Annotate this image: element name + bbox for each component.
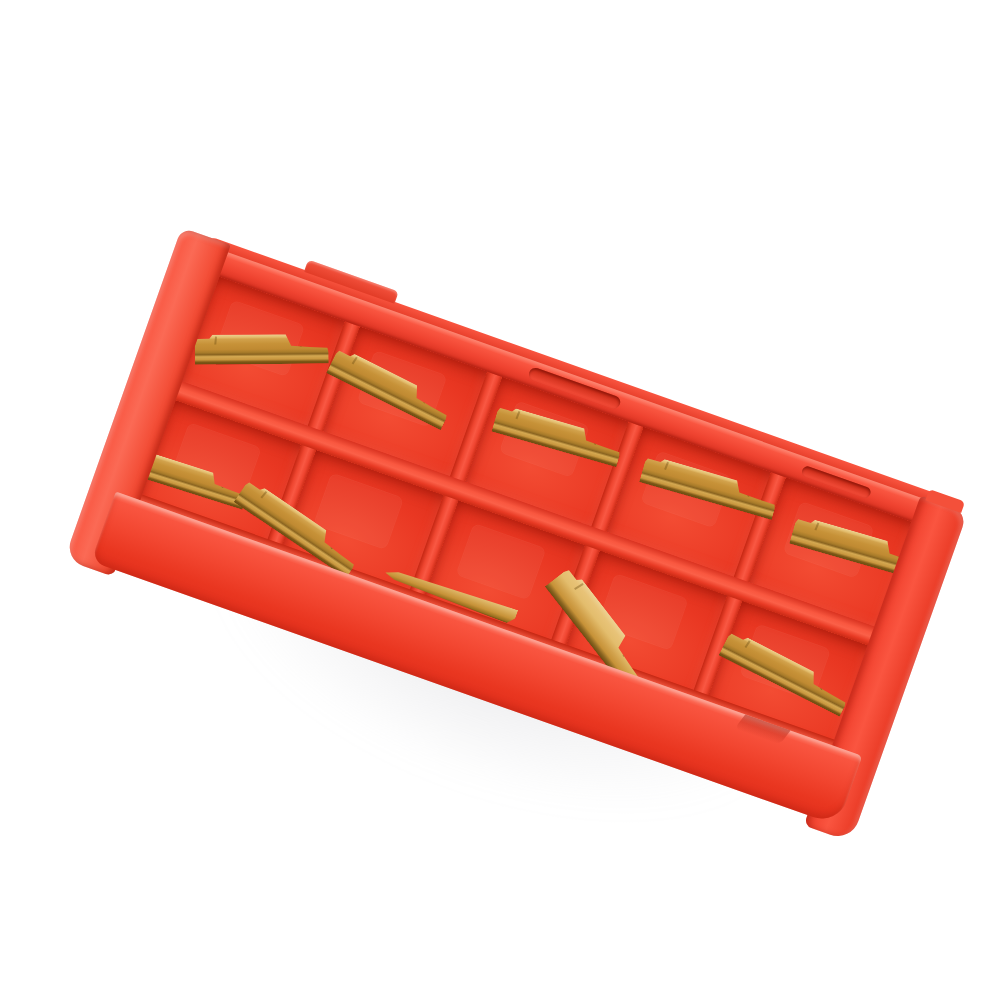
- photo-stage: Open bright-red plastic storage box, til…: [0, 0, 1000, 1000]
